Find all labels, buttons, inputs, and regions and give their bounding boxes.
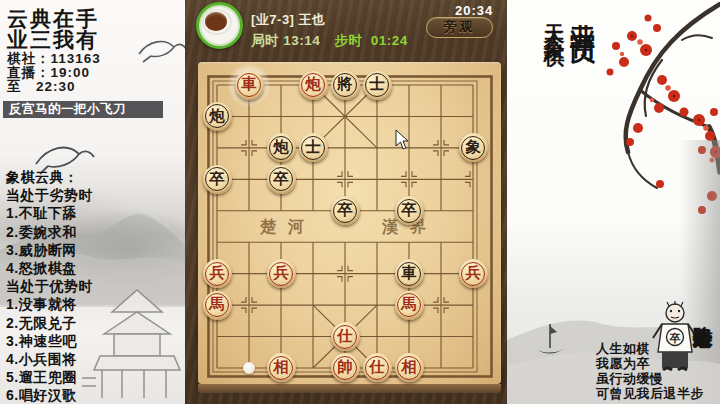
piece-black-士[interactable]: 士 bbox=[363, 71, 392, 100]
river-label-left: 楚河 bbox=[260, 217, 316, 238]
piece-black-卒[interactable]: 卒 bbox=[331, 196, 360, 225]
tip-item: 2.委婉求和 bbox=[6, 223, 93, 241]
game-window: [业7-3] 王也 局时 13:14 步时 01:24 20:34 旁观 bbox=[185, 0, 507, 404]
board-front-edge bbox=[198, 384, 501, 393]
piece-black-卒[interactable]: 卒 bbox=[203, 165, 232, 194]
stat-line: 至 22:30 bbox=[7, 80, 101, 94]
cloud-tips-title: 象棋云典： bbox=[6, 168, 93, 186]
stream-stats: 棋社：113163直播：19:00至 22:30 bbox=[7, 52, 101, 94]
board-surface[interactable]: 楚河 漢界 車炮將士炮炮士象卒卒卒卒兵兵車兵馬馬仕相帥仕相 bbox=[198, 62, 501, 384]
piece-red-相[interactable]: 相 bbox=[267, 353, 296, 382]
spectate-button[interactable]: 旁观 bbox=[426, 17, 493, 38]
system-clock: 20:34 bbox=[455, 3, 493, 18]
section-losing-items: 1.不耻下舔2.委婉求和3.威胁断网4.怒掀棋盘 bbox=[6, 204, 93, 277]
poem-line: 人生如棋 bbox=[596, 342, 704, 357]
tip-item: 6.唱好汉歌 bbox=[6, 386, 93, 404]
tip-item: 4.怒掀棋盘 bbox=[6, 259, 93, 277]
poem-line: 可曾见我后退半步 bbox=[596, 387, 704, 402]
piece-red-兵[interactable]: 兵 bbox=[267, 259, 296, 288]
timers: 局时 13:14 步时 01:24 bbox=[251, 32, 408, 50]
stream-screen: 云典在手 业三我有 棋社：113163直播：19:00至 22:30 反宫马的一… bbox=[0, 0, 720, 404]
tip-item: 3.威胁断网 bbox=[6, 241, 93, 259]
tip-item: 4.小兵围将 bbox=[6, 350, 93, 368]
boat-ink bbox=[535, 322, 567, 364]
section-winning-title: 当处于优势时 bbox=[6, 277, 93, 295]
game-time-value: 13:14 bbox=[283, 33, 320, 48]
piece-black-象[interactable]: 象 bbox=[459, 133, 488, 162]
section-winning-items: 1.没事就将2.无限兑子3.神速些吧4.小兵围将5.遛王兜圈6.唱好汉歌 bbox=[6, 295, 93, 404]
move-time-value: 01:24 bbox=[371, 33, 408, 48]
tip-item: 5.遛王兜圈 bbox=[6, 368, 93, 386]
app-title-vertical: 天天象棋 bbox=[540, 8, 568, 36]
topic-banner: 反宫马的一把小飞刀 bbox=[3, 101, 163, 118]
poem-line: 虽行动缓慢 bbox=[596, 372, 704, 387]
section-losing-title: 当处于劣势时 bbox=[6, 186, 93, 204]
piece-black-卒[interactable]: 卒 bbox=[267, 165, 296, 194]
piece-red-兵[interactable]: 兵 bbox=[459, 259, 488, 288]
piece-red-仕[interactable]: 仕 bbox=[363, 353, 392, 382]
piece-red-帥[interactable]: 帥 bbox=[331, 353, 360, 382]
piece-red-馬[interactable]: 馬 bbox=[395, 291, 424, 320]
piece-black-士[interactable]: 士 bbox=[299, 133, 328, 162]
piece-red-馬[interactable]: 馬 bbox=[203, 291, 232, 320]
pavilion-ink bbox=[82, 282, 185, 400]
tip-item: 3.神速些吧 bbox=[6, 332, 93, 350]
game-time-label: 局时 bbox=[251, 33, 279, 48]
left-stream-panel: 云典在手 业三我有 棋社：113163直播：19:00至 22:30 反宫马的一… bbox=[0, 0, 185, 404]
piece-black-車[interactable]: 車 bbox=[395, 259, 424, 288]
right-stream-panel: 天天象棋 业三守门员 人生如棋我愿为卒虽行动缓慢可曾见我后退半步 卒 路边摊老云 bbox=[507, 0, 720, 404]
piece-red-車[interactable]: 車 bbox=[235, 71, 264, 100]
piece-red-兵[interactable]: 兵 bbox=[203, 259, 232, 288]
piece-black-卒[interactable]: 卒 bbox=[395, 196, 424, 225]
tip-item: 1.没事就将 bbox=[6, 295, 93, 313]
rank-title-vertical: 业三守门员 bbox=[567, 3, 600, 23]
piece-red-仕[interactable]: 仕 bbox=[331, 322, 360, 351]
avatar-coffee-image bbox=[201, 7, 238, 44]
tip-item: 1.不耻下舔 bbox=[6, 204, 93, 222]
poem-line: 我愿为卒 bbox=[596, 357, 704, 372]
piece-black-將[interactable]: 將 bbox=[331, 71, 360, 100]
pawn-poem: 人生如棋我愿为卒虽行动缓慢可曾见我后退半步 bbox=[596, 342, 704, 402]
crane-icon bbox=[133, 32, 185, 67]
stat-line: 棋社：113163 bbox=[7, 52, 101, 66]
tip-item: 2.无限兑子 bbox=[6, 314, 93, 332]
piece-red-相[interactable]: 相 bbox=[395, 353, 424, 382]
mouse-cursor bbox=[395, 129, 409, 150]
move-time-label: 步时 bbox=[335, 33, 363, 48]
piece-red-炮[interactable]: 炮 bbox=[299, 71, 328, 100]
player-avatar[interactable] bbox=[196, 2, 243, 49]
stream-title-line2: 业三我有 bbox=[7, 26, 99, 54]
piece-black-炮[interactable]: 炮 bbox=[267, 133, 296, 162]
streamer-name-vertical: 路边摊老云 bbox=[690, 310, 717, 315]
last-move-origin-marker bbox=[243, 362, 255, 374]
cloud-tips-list: 象棋云典： 当处于劣势时 1.不耻下舔2.委婉求和3.威胁断网4.怒掀棋盘 当处… bbox=[6, 168, 93, 404]
player-name: [业7-3] 王也 bbox=[251, 11, 326, 29]
game-top-bar: [业7-3] 王也 局时 13:14 步时 01:24 20:34 旁观 bbox=[185, 0, 507, 62]
stat-line: 直播：19:00 bbox=[7, 66, 101, 80]
piece-black-炮[interactable]: 炮 bbox=[203, 102, 232, 131]
